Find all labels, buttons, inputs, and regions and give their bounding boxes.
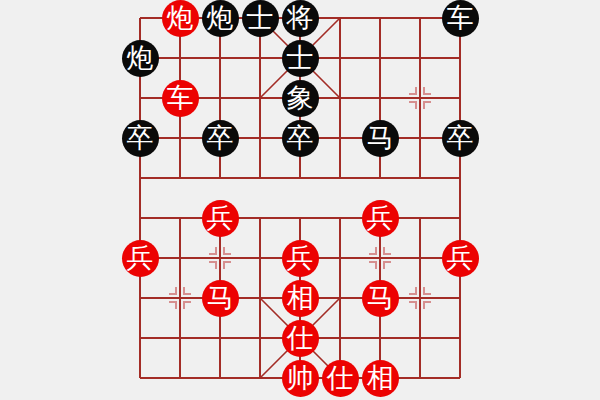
red-advisor[interactable]: 仕 bbox=[322, 360, 359, 397]
black-elephant[interactable]: 象 bbox=[282, 80, 319, 117]
red-horse[interactable]: 马 bbox=[202, 280, 239, 317]
xiangqi-board: 炮炮士将车炮士车象卒卒卒马卒兵兵兵兵兵马相马仕帅仕相 bbox=[0, 0, 600, 400]
red-soldier[interactable]: 兵 bbox=[442, 240, 479, 277]
red-general[interactable]: 帅 bbox=[282, 360, 319, 397]
black-soldier[interactable]: 卒 bbox=[442, 120, 479, 157]
red-chariot[interactable]: 车 bbox=[162, 80, 199, 117]
red-cannon[interactable]: 炮 bbox=[162, 0, 199, 37]
red-soldier[interactable]: 兵 bbox=[282, 240, 319, 277]
red-advisor[interactable]: 仕 bbox=[282, 320, 319, 357]
black-general[interactable]: 将 bbox=[282, 0, 319, 37]
black-advisor[interactable]: 士 bbox=[242, 0, 279, 37]
red-elephant[interactable]: 相 bbox=[282, 280, 319, 317]
red-soldier[interactable]: 兵 bbox=[202, 200, 239, 237]
red-horse[interactable]: 马 bbox=[362, 280, 399, 317]
black-cannon[interactable]: 炮 bbox=[122, 40, 159, 77]
black-soldier[interactable]: 卒 bbox=[122, 120, 159, 157]
red-soldier[interactable]: 兵 bbox=[122, 240, 159, 277]
red-elephant[interactable]: 相 bbox=[362, 360, 399, 397]
black-cannon[interactable]: 炮 bbox=[202, 0, 239, 37]
red-soldier[interactable]: 兵 bbox=[362, 200, 399, 237]
black-soldier[interactable]: 卒 bbox=[202, 120, 239, 157]
black-soldier[interactable]: 卒 bbox=[282, 120, 319, 157]
black-advisor[interactable]: 士 bbox=[282, 40, 319, 77]
pieces-layer: 炮炮士将车炮士车象卒卒卒马卒兵兵兵兵兵马相马仕帅仕相 bbox=[120, 0, 480, 398]
black-horse[interactable]: 马 bbox=[362, 120, 399, 157]
black-chariot[interactable]: 车 bbox=[442, 0, 479, 37]
